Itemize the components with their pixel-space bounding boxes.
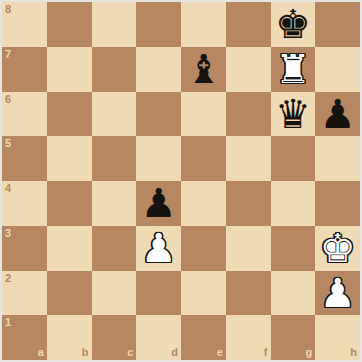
square-b6[interactable] [47,92,92,137]
square-h2[interactable]: ♟ [315,271,360,316]
square-d6[interactable] [136,92,181,137]
file-label-a: a [38,347,44,358]
square-f6[interactable] [226,92,271,137]
file-label-c: c [127,347,133,358]
square-f5[interactable] [226,136,271,181]
rank-label-1: 1 [5,317,11,328]
square-h4[interactable] [315,181,360,226]
square-g1[interactable]: g [271,315,316,360]
square-d8[interactable] [136,2,181,47]
file-label-e: e [217,347,223,358]
square-h3[interactable]: ♚ [315,226,360,271]
square-d7[interactable] [136,47,181,92]
square-g6[interactable]: ♛ [271,92,316,137]
black-queen[interactable]: ♛ [275,94,311,134]
square-e3[interactable] [181,226,226,271]
square-g8[interactable]: ♚ [271,2,316,47]
square-g2[interactable] [271,271,316,316]
rank-label-4: 4 [5,183,11,194]
white-pawn[interactable]: ♟ [141,228,177,268]
square-b5[interactable] [47,136,92,181]
square-h6[interactable]: ♟ [315,92,360,137]
square-e7[interactable]: ♝ [181,47,226,92]
square-e4[interactable] [181,181,226,226]
square-a2[interactable]: 2 [2,271,47,316]
white-pawn[interactable]: ♟ [320,273,356,313]
square-d4[interactable]: ♟ [136,181,181,226]
black-king[interactable]: ♚ [275,4,311,44]
rank-label-6: 6 [5,94,11,105]
square-a7[interactable]: 7 [2,47,47,92]
square-b3[interactable] [47,226,92,271]
black-pawn[interactable]: ♟ [320,94,356,134]
square-g5[interactable] [271,136,316,181]
square-e5[interactable] [181,136,226,181]
square-a8[interactable]: 8 [2,2,47,47]
square-f4[interactable] [226,181,271,226]
rank-label-7: 7 [5,49,11,60]
black-bishop[interactable]: ♝ [185,49,221,89]
square-c4[interactable] [92,181,137,226]
square-e1[interactable]: e [181,315,226,360]
rank-label-5: 5 [5,138,11,149]
square-c2[interactable] [92,271,137,316]
square-b2[interactable] [47,271,92,316]
square-h8[interactable] [315,2,360,47]
square-e8[interactable] [181,2,226,47]
square-c6[interactable] [92,92,137,137]
square-h7[interactable] [315,47,360,92]
square-d1[interactable]: d [136,315,181,360]
square-d2[interactable] [136,271,181,316]
square-c3[interactable] [92,226,137,271]
square-a3[interactable]: 3 [2,226,47,271]
square-g7[interactable]: ♜ [271,47,316,92]
square-a6[interactable]: 6 [2,92,47,137]
file-label-h: h [350,347,357,358]
chess-board: 8♚7♝♜6♛♟54♟3♟♚2♟1abcdefgh [0,0,362,362]
file-label-d: d [171,347,178,358]
square-a5[interactable]: 5 [2,136,47,181]
square-f1[interactable]: f [226,315,271,360]
square-e6[interactable] [181,92,226,137]
square-c8[interactable] [92,2,137,47]
square-e2[interactable] [181,271,226,316]
square-b4[interactable] [47,181,92,226]
file-label-f: f [264,347,268,358]
file-label-b: b [82,347,89,358]
square-b8[interactable] [47,2,92,47]
square-h1[interactable]: h [315,315,360,360]
square-a4[interactable]: 4 [2,181,47,226]
square-g4[interactable] [271,181,316,226]
square-c5[interactable] [92,136,137,181]
square-h5[interactable] [315,136,360,181]
white-king[interactable]: ♚ [320,228,356,268]
square-f8[interactable] [226,2,271,47]
square-b7[interactable] [47,47,92,92]
square-d3[interactable]: ♟ [136,226,181,271]
square-d5[interactable] [136,136,181,181]
square-b1[interactable]: b [47,315,92,360]
white-rook[interactable]: ♜ [275,49,311,89]
square-c7[interactable] [92,47,137,92]
square-f3[interactable] [226,226,271,271]
rank-label-2: 2 [5,273,11,284]
square-f2[interactable] [226,271,271,316]
square-c1[interactable]: c [92,315,137,360]
rank-label-8: 8 [5,4,11,15]
square-f7[interactable] [226,47,271,92]
square-a1[interactable]: 1a [2,315,47,360]
rank-label-3: 3 [5,228,11,239]
file-label-g: g [306,347,313,358]
square-g3[interactable] [271,226,316,271]
black-pawn[interactable]: ♟ [141,183,177,223]
